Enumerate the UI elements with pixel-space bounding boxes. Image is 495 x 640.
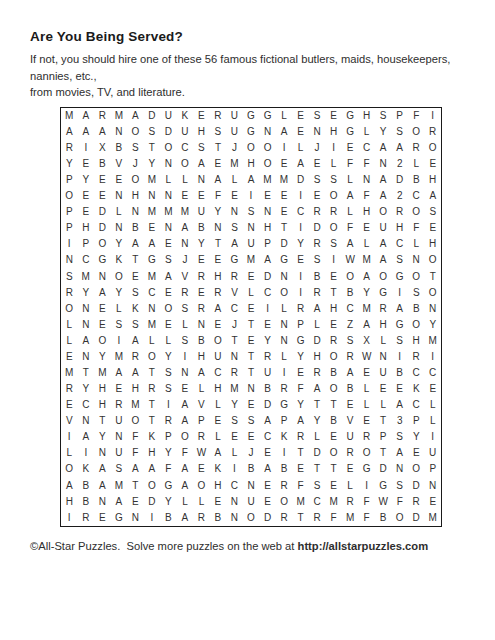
grid-cell: R [276, 510, 293, 526]
grid-cell: C [259, 429, 276, 445]
grid-cell: M [424, 333, 441, 349]
grid-cell: S [391, 124, 408, 140]
grid-cell: 2 [391, 156, 408, 172]
grid-cell: L [226, 445, 243, 461]
grid-cell: V [61, 413, 78, 429]
grid-cell: B [78, 478, 95, 494]
grid-cell: L [342, 478, 359, 494]
grid-cell: Y [292, 349, 309, 365]
grid-cell: G [94, 252, 111, 268]
grid-cell: E [243, 301, 260, 317]
grid-cell: N [111, 124, 128, 140]
grid-cell: U [210, 349, 227, 365]
grid-cell: R [94, 108, 111, 124]
grid-cell: A [342, 188, 359, 204]
grid-cell: A [144, 236, 161, 252]
grid-cell: O [325, 381, 342, 397]
grid-cell: N [144, 188, 161, 204]
grid-cell: L [309, 429, 326, 445]
grid-cell: L [177, 172, 194, 188]
grid-cell: S [127, 285, 144, 301]
grid-cell: I [292, 269, 309, 285]
grid-cell: R [375, 301, 392, 317]
grid-cell: A [342, 365, 359, 381]
grid-cell: E [342, 461, 359, 477]
grid-cell: A [292, 156, 309, 172]
grid-cell: M [111, 478, 128, 494]
grid-cell: E [94, 172, 111, 188]
grid-cell: E [226, 188, 243, 204]
grid-cell: H [78, 220, 95, 236]
grid-cell: C [144, 285, 161, 301]
grid-cell: E [160, 236, 177, 252]
grid-cell: R [259, 349, 276, 365]
grid-cell: M [160, 204, 177, 220]
grid-cell: N [193, 317, 210, 333]
grid-cell: S [210, 124, 227, 140]
grid-cell: N [177, 365, 194, 381]
grid-cell: E [243, 333, 260, 349]
grid-cell: N [160, 220, 177, 236]
grid-cell: S [226, 220, 243, 236]
grid-cell: J [127, 156, 144, 172]
grid-cell: O [61, 188, 78, 204]
grid-cell: E [210, 156, 227, 172]
grid-cell: D [391, 172, 408, 188]
grid-cell: E [144, 220, 161, 236]
grid-cell: S [61, 269, 78, 285]
grid-cell: B [276, 461, 293, 477]
grid-cell: B [243, 461, 260, 477]
grid-cell: I [177, 349, 194, 365]
grid-cell: E [325, 269, 342, 285]
grid-cell: R [325, 333, 342, 349]
grid-cell: I [325, 140, 342, 156]
grid-cell: N [243, 381, 260, 397]
grid-cell: C [292, 204, 309, 220]
grid-cell: H [243, 156, 260, 172]
grid-cell: E [309, 188, 326, 204]
grid-cell: N [61, 252, 78, 268]
grid-cell: Y [78, 172, 95, 188]
grid-cell: O [424, 140, 441, 156]
grid-cell: C [226, 478, 243, 494]
grid-cell: R [342, 494, 359, 510]
grid-cell: A [78, 333, 95, 349]
grid-cell: U [424, 445, 441, 461]
grid-cell: N [127, 510, 144, 526]
grid-cell: H [144, 445, 161, 461]
grid-cell: R [144, 381, 161, 397]
grid-cell: I [292, 285, 309, 301]
grid-cell: T [309, 397, 326, 413]
grid-cell: R [276, 478, 293, 494]
grid-cell: S [193, 140, 210, 156]
grid-cell: S [127, 140, 144, 156]
grid-cell: O [424, 285, 441, 301]
grid-cell: S [391, 478, 408, 494]
grid-cell: A [375, 172, 392, 188]
grid-cell: O [375, 204, 392, 220]
grid-cell: A [259, 413, 276, 429]
grid-cell: I [61, 510, 78, 526]
grid-cell: L [276, 108, 293, 124]
grid-cell: K [127, 301, 144, 317]
grid-cell: L [160, 333, 177, 349]
grid-cell: E [111, 381, 128, 397]
grid-cell: Y [424, 317, 441, 333]
grid-cell: U [342, 429, 359, 445]
grid-cell: I [243, 188, 260, 204]
grid-cell: H [127, 188, 144, 204]
grid-cell: S [160, 252, 177, 268]
grid-cell: T [243, 365, 260, 381]
grid-cell: E [193, 108, 210, 124]
grid-cell: B [127, 220, 144, 236]
grid-cell: I [144, 510, 161, 526]
grid-cell: L [342, 204, 359, 220]
grid-cell: O [408, 204, 425, 220]
grid-cell: A [94, 124, 111, 140]
grid-cell: M [94, 365, 111, 381]
grid-cell: A [375, 140, 392, 156]
grid-cell: E [243, 429, 260, 445]
grid-cell: H [210, 478, 227, 494]
grid-cell: A [127, 365, 144, 381]
grid-cell: A [61, 478, 78, 494]
grid-cell: N [424, 478, 441, 494]
grid-cell: Y [292, 397, 309, 413]
grid-cell: D [94, 220, 111, 236]
grid-cell: N [243, 220, 260, 236]
grid-cell: I [424, 429, 441, 445]
grid-cell: N [259, 204, 276, 220]
grid-cell: F [127, 429, 144, 445]
grid-cell: G [144, 252, 161, 268]
grid-cell: R [276, 381, 293, 397]
grid-cell: E [177, 188, 194, 204]
grid-cell: O [127, 413, 144, 429]
grid-cell: O [325, 220, 342, 236]
grid-cell: F [177, 445, 194, 461]
grid-cell: E [391, 381, 408, 397]
grid-cell: R [292, 429, 309, 445]
grid-cell: L [358, 397, 375, 413]
grid-cell: E [259, 188, 276, 204]
grid-cell: N [78, 349, 95, 365]
grid-cell: N [226, 494, 243, 510]
grid-cell: M [259, 172, 276, 188]
grid-cell: T [210, 236, 227, 252]
grid-cell: A [375, 236, 392, 252]
grid-cell: E [259, 478, 276, 494]
grid-cell: N [243, 478, 260, 494]
grid-cell: C [259, 285, 276, 301]
grid-cell: O [424, 252, 441, 268]
grid-cell: E [78, 156, 95, 172]
grid-cell: T [276, 220, 293, 236]
grid-cell: R [391, 204, 408, 220]
grid-cell: R [226, 365, 243, 381]
grid-cell: G [160, 478, 177, 494]
grid-cell: D [408, 510, 425, 526]
grid-cell: L [276, 349, 293, 365]
grid-cell: A [144, 461, 161, 477]
grid-cell: N [259, 124, 276, 140]
grid-cell: L [408, 236, 425, 252]
grid-cell: D [292, 172, 309, 188]
grid-cell: A [78, 429, 95, 445]
grid-cell: P [61, 220, 78, 236]
grid-cell: J [309, 140, 326, 156]
grid-cell: B [160, 510, 177, 526]
grid-cell: T [144, 397, 161, 413]
grid-cell: E [210, 317, 227, 333]
grid-cell: R [309, 510, 326, 526]
grid-cell: R [226, 269, 243, 285]
grid-cell: M [276, 172, 293, 188]
grid-cell: N [94, 269, 111, 285]
grid-cell: F [210, 188, 227, 204]
grid-cell: R [127, 349, 144, 365]
grid-cell: U [193, 204, 210, 220]
grid-cell: M [177, 204, 194, 220]
grid-cell: H [391, 220, 408, 236]
grid-cell: A [94, 478, 111, 494]
grid-cell: O [408, 461, 425, 477]
grid-cell: K [276, 429, 293, 445]
grid-cell: G [342, 108, 359, 124]
grid-cell: N [78, 413, 95, 429]
grid-cell: O [325, 349, 342, 365]
grid-cell: S [309, 108, 326, 124]
grid-cell: C [408, 365, 425, 381]
grid-cell: Y [94, 349, 111, 365]
grid-cell: F [342, 156, 359, 172]
grid-cell: D [408, 478, 425, 494]
grid-cell: M [144, 269, 161, 285]
grid-cell: C [226, 301, 243, 317]
grid-cell: S [375, 108, 392, 124]
grid-cell: A [375, 252, 392, 268]
grid-cell: E [193, 252, 210, 268]
grid-cell: K [144, 429, 161, 445]
grid-cell: L [375, 333, 392, 349]
grid-cell: B [111, 140, 128, 156]
grid-cell: A [193, 365, 210, 381]
grid-cell: A [391, 301, 408, 317]
grid-cell: T [424, 269, 441, 285]
grid-cell: T [127, 478, 144, 494]
grid-cell: O [61, 461, 78, 477]
instructions-line-2: from movies, TV, and literature. [30, 86, 185, 98]
grid-cell: L [111, 204, 128, 220]
grid-cell: Y [78, 285, 95, 301]
grid-cell: E [276, 156, 293, 172]
grid-cell: O [259, 140, 276, 156]
grid-cell: D [94, 204, 111, 220]
grid-cell: L [160, 172, 177, 188]
grid-cell: E [111, 172, 128, 188]
grid-cell: E [375, 381, 392, 397]
grid-cell: A [358, 269, 375, 285]
grid-cell: N [78, 301, 95, 317]
grid-cell: M [78, 269, 95, 285]
grid-cell: F [358, 188, 375, 204]
grid-cell: V [111, 156, 128, 172]
grid-cell: E [94, 301, 111, 317]
grid-cell: N [375, 156, 392, 172]
grid-cell: U [111, 445, 128, 461]
grid-cell: I [292, 220, 309, 236]
grid-cell: E [259, 445, 276, 461]
grid-cell: A [127, 236, 144, 252]
grid-cell: Y [160, 349, 177, 365]
grid-cell: M [127, 397, 144, 413]
grid-cell: N [177, 236, 194, 252]
grid-cell: E [127, 269, 144, 285]
grid-cell: E [193, 461, 210, 477]
grid-cell: O [94, 333, 111, 349]
grid-cell: U [243, 494, 260, 510]
grid-cell: S [391, 429, 408, 445]
grid-cell: M [111, 349, 128, 365]
grid-cell: T [325, 461, 342, 477]
grid-cell: U [226, 124, 243, 140]
grid-cell: I [292, 188, 309, 204]
grid-cell: L [325, 156, 342, 172]
grid-cell: K [78, 461, 95, 477]
grid-cell: M [226, 381, 243, 397]
grid-cell: B [259, 381, 276, 397]
grid-cell: G [226, 252, 243, 268]
grid-cell: Y [210, 204, 227, 220]
grid-cell: B [375, 510, 392, 526]
page-title: Are You Being Served? [30, 29, 467, 44]
grid-cell: A [177, 413, 194, 429]
grid-cell: T [94, 413, 111, 429]
grid-cell: O [177, 429, 194, 445]
grid-cell: N [276, 333, 293, 349]
grid-cell: A [391, 397, 408, 413]
grid-cell: H [61, 494, 78, 510]
grid-cell: M [226, 156, 243, 172]
grid-cell: Y [408, 429, 425, 445]
grid-cell: O [160, 301, 177, 317]
grid-cell: E [325, 317, 342, 333]
grid-cell: B [78, 494, 95, 510]
grid-cell: U [375, 365, 392, 381]
grid-cell: D [259, 397, 276, 413]
grid-cell: T [309, 461, 326, 477]
grid-cell: S [391, 252, 408, 268]
grid-cell: I [358, 478, 375, 494]
grid-cell: E [127, 494, 144, 510]
grid-cell: L [61, 445, 78, 461]
grid-cell: I [391, 285, 408, 301]
grid-cell: R [193, 429, 210, 445]
grid-cell: S [226, 413, 243, 429]
grid-cell: R [61, 285, 78, 301]
grid-cell: P [160, 429, 177, 445]
grid-cell: L [243, 285, 260, 301]
grid-cell: G [259, 108, 276, 124]
grid-cell: H [325, 124, 342, 140]
grid-cell: O [193, 478, 210, 494]
grid-cell: E [292, 108, 309, 124]
grid-cell: A [94, 461, 111, 477]
grid-cell: E [61, 397, 78, 413]
grid-cell: G [391, 317, 408, 333]
grid-cell: H [358, 108, 375, 124]
grid-cell: J [177, 252, 194, 268]
grid-cell: T [325, 285, 342, 301]
grid-cell: N [226, 204, 243, 220]
grid-cell: S [325, 172, 342, 188]
grid-cell: A [259, 252, 276, 268]
grid-cell: O [144, 478, 161, 494]
grid-cell: N [358, 172, 375, 188]
grid-cell: N [424, 301, 441, 317]
grid-cell: E [210, 413, 227, 429]
grid-cell: L [309, 317, 326, 333]
grid-cell: B [342, 285, 359, 301]
grid-cell: B [309, 269, 326, 285]
grid-cell: M [111, 108, 128, 124]
grid-cell: A [210, 301, 227, 317]
grid-cell: L [358, 381, 375, 397]
grid-cell: N [408, 252, 425, 268]
grid-cell: Y [111, 285, 128, 301]
grid-cell: O [210, 333, 227, 349]
grid-cell: X [94, 140, 111, 156]
grid-cell: S [127, 317, 144, 333]
grid-cell: V [342, 413, 359, 429]
grid-cell: N [226, 349, 243, 365]
footer-credit: ©All-Star Puzzles. Solve more puzzles on… [30, 540, 467, 552]
grid-cell: A [226, 236, 243, 252]
grid-cell: I [61, 236, 78, 252]
grid-cell: T [144, 365, 161, 381]
grid-cell: F [325, 510, 342, 526]
grid-cell: I [259, 301, 276, 317]
grid-cell: P [259, 236, 276, 252]
grid-cell: N [375, 349, 392, 365]
grid-cell: E [325, 108, 342, 124]
grid-cell: Y [193, 236, 210, 252]
grid-cell: F [160, 461, 177, 477]
grid-cell: T [243, 349, 260, 365]
grid-cell: O [243, 510, 260, 526]
grid-cell: T [325, 397, 342, 413]
grid-cell: V [226, 285, 243, 301]
grid-cell: U [259, 365, 276, 381]
grid-cell: U [243, 236, 260, 252]
grid-cell: I [276, 445, 293, 461]
grid-cell: E [408, 445, 425, 461]
grid-cell: S [342, 333, 359, 349]
grid-cell: I [78, 140, 95, 156]
grid-cell: A [259, 461, 276, 477]
grid-cell: G [292, 333, 309, 349]
grid-cell: I [424, 349, 441, 365]
grid-cell: E [193, 188, 210, 204]
grid-cell: O [144, 349, 161, 365]
grid-cell: O [177, 156, 194, 172]
grid-cell: Y [144, 156, 161, 172]
grid-cell: A [111, 494, 128, 510]
grid-cell: O [94, 236, 111, 252]
